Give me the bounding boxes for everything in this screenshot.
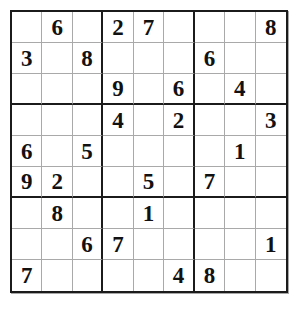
cell-r2c5[interactable] [134,43,164,74]
sudoku-board: 6278386964423651925781671748 [10,10,288,293]
cell-r4c1[interactable] [12,105,42,136]
cell-r4c9[interactable]: 3 [256,105,286,136]
cell-r3c2[interactable] [42,74,72,105]
cell-r5c2[interactable] [42,136,72,167]
sudoku-page: 6278386964423651925781671748 [0,0,299,310]
cell-r7c8[interactable] [225,198,255,229]
cell-r1c6[interactable] [164,12,194,43]
cell-r7c3[interactable] [73,198,103,229]
cell-r5c1[interactable]: 6 [12,136,42,167]
cell-r7c1[interactable] [12,198,42,229]
cell-r7c5[interactable]: 1 [134,198,164,229]
cell-r4c7[interactable] [195,105,225,136]
cell-r5c5[interactable] [134,136,164,167]
cell-r8c5[interactable] [134,229,164,260]
cell-r6c7[interactable]: 7 [195,167,225,198]
cell-r9c1[interactable]: 7 [12,260,42,291]
cell-r5c4[interactable] [103,136,133,167]
cell-r9c2[interactable] [42,260,72,291]
cell-r8c8[interactable] [225,229,255,260]
cell-r9c3[interactable] [73,260,103,291]
cell-r5c8[interactable]: 1 [225,136,255,167]
cell-r2c3[interactable]: 8 [73,43,103,74]
cell-r6c5[interactable]: 5 [134,167,164,198]
cell-r3c3[interactable] [73,74,103,105]
cell-r9c6[interactable]: 4 [164,260,194,291]
cell-r9c4[interactable] [103,260,133,291]
cell-r8c9[interactable]: 1 [256,229,286,260]
cell-r9c7[interactable]: 8 [195,260,225,291]
cell-r6c8[interactable] [225,167,255,198]
cell-r3c9[interactable] [256,74,286,105]
cell-r4c6[interactable]: 2 [164,105,194,136]
cell-r1c7[interactable] [195,12,225,43]
cell-r7c2[interactable]: 8 [42,198,72,229]
cell-r3c8[interactable]: 4 [225,74,255,105]
cell-r4c3[interactable] [73,105,103,136]
cell-r6c9[interactable] [256,167,286,198]
cell-r3c7[interactable] [195,74,225,105]
cell-r3c1[interactable] [12,74,42,105]
cell-r4c5[interactable] [134,105,164,136]
cell-r1c2[interactable]: 6 [42,12,72,43]
cell-r8c1[interactable] [12,229,42,260]
cell-r7c6[interactable] [164,198,194,229]
cell-r6c4[interactable] [103,167,133,198]
cell-r6c6[interactable] [164,167,194,198]
cell-r3c6[interactable]: 6 [164,74,194,105]
cell-r6c3[interactable] [73,167,103,198]
cell-r2c2[interactable] [42,43,72,74]
cell-r2c4[interactable] [103,43,133,74]
cell-r9c5[interactable] [134,260,164,291]
cell-r8c6[interactable] [164,229,194,260]
cell-r6c1[interactable]: 9 [12,167,42,198]
cell-r8c4[interactable]: 7 [103,229,133,260]
cell-r2c7[interactable]: 6 [195,43,225,74]
cell-r8c2[interactable] [42,229,72,260]
cell-r2c8[interactable] [225,43,255,74]
cell-r1c4[interactable]: 2 [103,12,133,43]
cell-r2c9[interactable] [256,43,286,74]
cell-r7c9[interactable] [256,198,286,229]
cell-r1c5[interactable]: 7 [134,12,164,43]
cell-r8c7[interactable] [195,229,225,260]
cell-r5c3[interactable]: 5 [73,136,103,167]
cell-r8c3[interactable]: 6 [73,229,103,260]
cell-r4c8[interactable] [225,105,255,136]
cell-r1c1[interactable] [12,12,42,43]
cell-r3c4[interactable]: 9 [103,74,133,105]
cell-r7c7[interactable] [195,198,225,229]
cell-r5c6[interactable] [164,136,194,167]
cell-r5c9[interactable] [256,136,286,167]
cell-r6c2[interactable]: 2 [42,167,72,198]
cell-r1c3[interactable] [73,12,103,43]
cell-r2c1[interactable]: 3 [12,43,42,74]
cell-r7c4[interactable] [103,198,133,229]
cell-r3c5[interactable] [134,74,164,105]
cell-r5c7[interactable] [195,136,225,167]
cell-r4c2[interactable] [42,105,72,136]
cell-r9c8[interactable] [225,260,255,291]
cell-r1c9[interactable]: 8 [256,12,286,43]
cell-r4c4[interactable]: 4 [103,105,133,136]
cell-r9c9[interactable] [256,260,286,291]
cell-r2c6[interactable] [164,43,194,74]
cell-r1c8[interactable] [225,12,255,43]
